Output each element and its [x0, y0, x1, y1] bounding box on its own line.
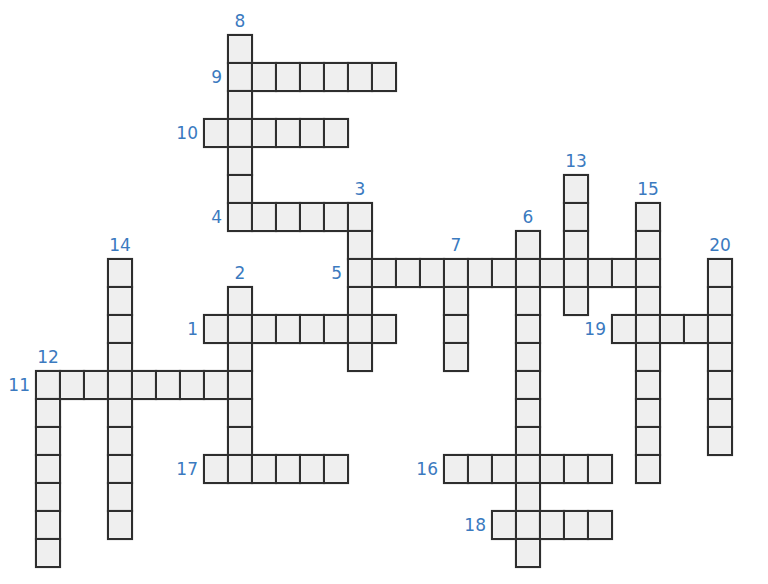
- cell[interactable]: [227, 174, 253, 204]
- cell[interactable]: [227, 90, 253, 120]
- cell[interactable]: [347, 202, 373, 232]
- cell[interactable]: [563, 454, 589, 484]
- cell[interactable]: [347, 342, 373, 372]
- cell[interactable]: [587, 454, 613, 484]
- clue-number-4: 4: [211, 208, 222, 227]
- clue-number-7: 7: [451, 236, 462, 255]
- cell[interactable]: [443, 454, 469, 484]
- cell[interactable]: [515, 510, 541, 540]
- clue-number-2: 2: [235, 264, 246, 283]
- cell[interactable]: [515, 398, 541, 428]
- cell[interactable]: [227, 370, 253, 400]
- cell[interactable]: [707, 370, 733, 400]
- clue-number-6: 6: [523, 208, 534, 227]
- cell[interactable]: [707, 314, 733, 344]
- crossword-board: 1234567891011121314151617181920: [0, 0, 768, 584]
- cell[interactable]: [299, 202, 325, 232]
- cell[interactable]: [227, 398, 253, 428]
- clue-number-5: 5: [331, 264, 342, 283]
- clue-number-18: 18: [464, 516, 486, 535]
- cell[interactable]: [227, 62, 253, 92]
- cell[interactable]: [107, 314, 133, 344]
- cell[interactable]: [515, 454, 541, 484]
- cell[interactable]: [635, 230, 661, 260]
- cell[interactable]: [707, 258, 733, 288]
- clue-number-3: 3: [355, 180, 366, 199]
- cell[interactable]: [227, 286, 253, 316]
- cell[interactable]: [275, 202, 301, 232]
- cell[interactable]: [131, 370, 157, 400]
- cell[interactable]: [515, 370, 541, 400]
- clue-number-14: 14: [109, 236, 131, 255]
- cell[interactable]: [467, 454, 493, 484]
- cell[interactable]: [155, 370, 181, 400]
- cell[interactable]: [635, 454, 661, 484]
- cell[interactable]: [539, 510, 565, 540]
- cell[interactable]: [275, 314, 301, 344]
- cell[interactable]: [635, 314, 661, 344]
- cell[interactable]: [491, 258, 517, 288]
- cell[interactable]: [35, 398, 61, 428]
- cell[interactable]: [371, 314, 397, 344]
- cell[interactable]: [443, 314, 469, 344]
- cell[interactable]: [251, 62, 277, 92]
- cell[interactable]: [227, 34, 253, 64]
- cell[interactable]: [515, 230, 541, 260]
- cell[interactable]: [299, 118, 325, 148]
- cell[interactable]: [467, 258, 493, 288]
- cell[interactable]: [275, 454, 301, 484]
- cell[interactable]: [659, 314, 685, 344]
- cell[interactable]: [203, 370, 229, 400]
- clue-number-16: 16: [416, 460, 438, 479]
- cell[interactable]: [323, 314, 349, 344]
- cell[interactable]: [227, 342, 253, 372]
- cell[interactable]: [179, 370, 205, 400]
- cell[interactable]: [611, 314, 637, 344]
- cell[interactable]: [635, 258, 661, 288]
- clue-number-19: 19: [584, 320, 606, 339]
- cell[interactable]: [515, 314, 541, 344]
- cell[interactable]: [323, 118, 349, 148]
- cell[interactable]: [275, 62, 301, 92]
- cell[interactable]: [563, 230, 589, 260]
- cell[interactable]: [251, 202, 277, 232]
- cell[interactable]: [563, 286, 589, 316]
- cell[interactable]: [419, 258, 445, 288]
- cell[interactable]: [227, 202, 253, 232]
- cell[interactable]: [203, 118, 229, 148]
- cell[interactable]: [227, 454, 253, 484]
- cell[interactable]: [107, 454, 133, 484]
- clue-number-11: 11: [8, 376, 30, 395]
- cell[interactable]: [107, 342, 133, 372]
- cell[interactable]: [587, 258, 613, 288]
- cell[interactable]: [395, 258, 421, 288]
- cell[interactable]: [443, 258, 469, 288]
- cell[interactable]: [35, 510, 61, 540]
- cell[interactable]: [299, 62, 325, 92]
- cell[interactable]: [635, 426, 661, 456]
- cell[interactable]: [83, 370, 109, 400]
- cell[interactable]: [35, 454, 61, 484]
- clue-number-13: 13: [565, 152, 587, 171]
- cell[interactable]: [371, 258, 397, 288]
- cell[interactable]: [515, 286, 541, 316]
- cell[interactable]: [587, 510, 613, 540]
- clue-number-12: 12: [37, 348, 59, 367]
- cell[interactable]: [323, 62, 349, 92]
- cell[interactable]: [563, 258, 589, 288]
- cell[interactable]: [683, 314, 709, 344]
- cell[interactable]: [227, 426, 253, 456]
- cell[interactable]: [635, 342, 661, 372]
- clue-number-17: 17: [176, 460, 198, 479]
- clue-number-20: 20: [709, 236, 731, 255]
- cell[interactable]: [35, 482, 61, 512]
- cell[interactable]: [299, 454, 325, 484]
- cell[interactable]: [491, 510, 517, 540]
- cell[interactable]: [443, 286, 469, 316]
- cell[interactable]: [539, 454, 565, 484]
- cell[interactable]: [563, 202, 589, 232]
- cell[interactable]: [515, 426, 541, 456]
- cell[interactable]: [227, 118, 253, 148]
- clue-number-10: 10: [176, 124, 198, 143]
- clue-number-15: 15: [637, 180, 659, 199]
- cell[interactable]: [107, 426, 133, 456]
- cell[interactable]: [203, 314, 229, 344]
- cell[interactable]: [35, 370, 61, 400]
- cell[interactable]: [107, 398, 133, 428]
- cell[interactable]: [515, 342, 541, 372]
- cell[interactable]: [635, 398, 661, 428]
- cell[interactable]: [563, 174, 589, 204]
- cell[interactable]: [515, 482, 541, 512]
- cell[interactable]: [347, 230, 373, 260]
- clue-number-8: 8: [235, 12, 246, 31]
- cell[interactable]: [347, 62, 373, 92]
- cell[interactable]: [35, 426, 61, 456]
- cell[interactable]: [107, 258, 133, 288]
- cell[interactable]: [539, 258, 565, 288]
- cell[interactable]: [707, 398, 733, 428]
- cell[interactable]: [227, 146, 253, 176]
- cell[interactable]: [347, 314, 373, 344]
- cell[interactable]: [515, 258, 541, 288]
- cell[interactable]: [707, 286, 733, 316]
- cell[interactable]: [323, 202, 349, 232]
- cell[interactable]: [611, 258, 637, 288]
- cell[interactable]: [563, 510, 589, 540]
- cell[interactable]: [107, 482, 133, 512]
- cell[interactable]: [635, 370, 661, 400]
- cell[interactable]: [635, 286, 661, 316]
- cell[interactable]: [107, 370, 133, 400]
- cell[interactable]: [347, 286, 373, 316]
- cell[interactable]: [227, 314, 253, 344]
- cell[interactable]: [707, 426, 733, 456]
- cell[interactable]: [323, 454, 349, 484]
- cell[interactable]: [251, 314, 277, 344]
- cell[interactable]: [107, 510, 133, 540]
- cell[interactable]: [275, 118, 301, 148]
- cell[interactable]: [515, 538, 541, 568]
- cell[interactable]: [251, 118, 277, 148]
- clue-number-9: 9: [211, 68, 222, 87]
- cell[interactable]: [443, 342, 469, 372]
- cell[interactable]: [59, 370, 85, 400]
- cell[interactable]: [299, 314, 325, 344]
- cell[interactable]: [107, 286, 133, 316]
- cell[interactable]: [203, 454, 229, 484]
- cell[interactable]: [491, 454, 517, 484]
- clue-number-1: 1: [187, 320, 198, 339]
- cell[interactable]: [35, 538, 61, 568]
- cell[interactable]: [251, 454, 277, 484]
- cell[interactable]: [371, 62, 397, 92]
- cell[interactable]: [347, 258, 373, 288]
- cell[interactable]: [635, 202, 661, 232]
- cell[interactable]: [707, 342, 733, 372]
